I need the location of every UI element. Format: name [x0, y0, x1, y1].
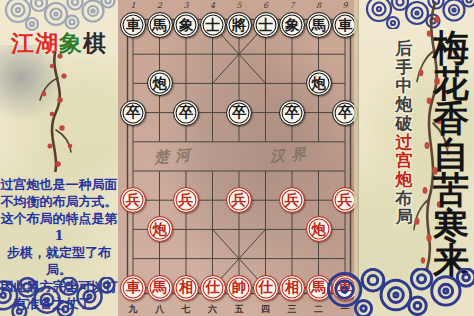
- file-label: 二: [305, 303, 332, 316]
- piece-red-相[interactable]: 相: [173, 275, 199, 301]
- lesson-text-line: 因此黑方完全可以打: [0, 278, 118, 295]
- piece-red-帥[interactable]: 帥: [226, 275, 252, 301]
- piece-red-兵[interactable]: 兵: [226, 187, 252, 213]
- piece-glyph: 兵: [126, 193, 141, 208]
- file-label: 4: [199, 1, 226, 10]
- piece-glyph: 車: [338, 280, 353, 295]
- piece-black-象[interactable]: 象: [279, 12, 305, 38]
- piece-glyph: 士: [258, 18, 273, 33]
- file-label: 3: [173, 1, 200, 10]
- piece-black-馬[interactable]: 馬: [306, 12, 332, 38]
- file-label: 六: [199, 303, 226, 316]
- piece-glyph: 相: [285, 280, 300, 295]
- file-labels-top: 123456789: [120, 1, 359, 10]
- piece-glyph: 仕: [205, 280, 220, 295]
- app-title-char: 棋: [83, 29, 107, 56]
- piece-red-車[interactable]: 車: [332, 275, 358, 301]
- piece-black-馬[interactable]: 馬: [147, 12, 173, 38]
- piece-red-兵[interactable]: 兵: [279, 187, 305, 213]
- piece-red-馬[interactable]: 馬: [147, 275, 173, 301]
- circle-pattern-decoration: [365, 0, 474, 29]
- file-label: 2: [146, 1, 173, 10]
- piece-glyph: 馬: [311, 280, 326, 295]
- lesson-text-line: 有准备之仗了。: [0, 295, 118, 312]
- piece-glyph: 仕: [258, 280, 273, 295]
- lesson-text-line: 过宫炮也是一种局面: [0, 176, 118, 193]
- file-label: 五: [226, 303, 253, 316]
- piece-red-兵[interactable]: 兵: [120, 187, 146, 213]
- left-panel: 江湖象棋 过宫炮也是一种局面不均衡的布局方式。这个布局的特点是第1步棋，就定型了…: [0, 0, 119, 316]
- piece-red-相[interactable]: 相: [279, 275, 305, 301]
- piece-glyph: 馬: [152, 280, 167, 295]
- file-label: 1: [120, 1, 147, 10]
- piece-glyph: 炮: [311, 222, 326, 237]
- piece-black-車[interactable]: 車: [332, 12, 358, 38]
- piece-glyph: 炮: [152, 76, 167, 91]
- piece-red-炮[interactable]: 炮: [147, 216, 173, 242]
- pieces-layer: 車馬象士將士象馬車炮炮卒卒卒卒卒兵兵兵兵兵炮炮車馬相仕帥仕相馬車: [120, 10, 359, 302]
- piece-red-仕[interactable]: 仕: [253, 275, 279, 301]
- page: 江湖象棋 过宫炮也是一种局面不均衡的布局方式。这个布局的特点是第1步棋，就定型了…: [0, 0, 474, 316]
- subtitle-char: 炮: [396, 170, 413, 189]
- piece-black-象[interactable]: 象: [173, 12, 199, 38]
- app-title: 江湖象棋: [0, 28, 118, 59]
- piece-red-仕[interactable]: 仕: [200, 275, 226, 301]
- subtitle-char: 局: [396, 207, 413, 226]
- piece-glyph: 炮: [152, 222, 167, 237]
- file-label: 9: [332, 1, 359, 10]
- poem-title: 梅花香自苦寒来: [428, 30, 474, 279]
- piece-black-炮[interactable]: 炮: [147, 70, 173, 96]
- piece-red-兵[interactable]: 兵: [332, 187, 358, 213]
- piece-red-馬[interactable]: 馬: [306, 275, 332, 301]
- piece-glyph: 相: [179, 280, 194, 295]
- piece-glyph: 卒: [179, 105, 194, 120]
- piece-glyph: 兵: [285, 193, 300, 208]
- piece-glyph: 將: [232, 18, 247, 33]
- piece-glyph: 兵: [338, 193, 353, 208]
- piece-black-卒[interactable]: 卒: [120, 100, 146, 126]
- subtitle-char: 手: [396, 58, 413, 77]
- file-labels-bottom: 九八七六五四三二一: [120, 303, 359, 316]
- piece-glyph: 車: [126, 18, 141, 33]
- piece-red-車[interactable]: 車: [120, 275, 146, 301]
- piece-glyph: 卒: [232, 105, 247, 120]
- piece-glyph: 兵: [232, 193, 247, 208]
- poem-title-char: 花: [433, 66, 469, 102]
- file-label: 七: [173, 303, 200, 316]
- file-label: 7: [279, 1, 306, 10]
- file-label: 8: [305, 1, 332, 10]
- poem-title-char: 来: [433, 243, 469, 279]
- subtitle-char: 布: [396, 189, 413, 208]
- piece-glyph: 卒: [285, 105, 300, 120]
- subtitle-char: 破: [396, 114, 413, 133]
- plum-branch-decoration: [0, 52, 118, 172]
- lesson-text-line: 步棋，就定型了布局。: [0, 244, 118, 278]
- piece-black-卒[interactable]: 卒: [226, 100, 252, 126]
- opening-subtitle: 后手中炮破过宫炮布局: [390, 39, 418, 226]
- poem-title-char: 苦: [433, 172, 469, 208]
- app-title-char: 象: [59, 29, 83, 56]
- piece-black-卒[interactable]: 卒: [173, 100, 199, 126]
- poem-title-char: 梅: [433, 30, 469, 66]
- subtitle-char: 中: [396, 76, 413, 95]
- piece-glyph: 車: [126, 280, 141, 295]
- poem-title-char: 寒: [433, 208, 469, 244]
- piece-black-卒[interactable]: 卒: [332, 100, 358, 126]
- piece-glyph: 兵: [179, 193, 194, 208]
- lesson-text-line: 不均衡的布局方式。: [0, 193, 118, 210]
- piece-glyph: 士: [205, 18, 220, 33]
- lesson-text-line: 这个布局的特点是第1: [0, 210, 118, 244]
- file-label: 八: [146, 303, 173, 316]
- lesson-text: 过宫炮也是一种局面不均衡的布局方式。这个布局的特点是第1步棋，就定型了布局。因此…: [0, 176, 118, 312]
- app-title-char: 江: [11, 29, 35, 56]
- piece-glyph: 馬: [152, 18, 167, 33]
- piece-glyph: 象: [179, 18, 194, 33]
- piece-black-士[interactable]: 士: [253, 12, 279, 38]
- subtitle-char: 后: [396, 39, 413, 58]
- piece-black-炮[interactable]: 炮: [306, 70, 332, 96]
- subtitle-char: 过: [396, 133, 413, 152]
- piece-black-將[interactable]: 將: [226, 12, 252, 38]
- file-label: 一: [332, 303, 359, 316]
- app-title-char: 湖: [35, 29, 59, 56]
- file-label: 6: [252, 1, 279, 10]
- xiangqi-board: 123456789 楚河 汉界 車馬象士將士象馬車炮炮卒卒卒卒卒兵兵兵兵兵炮炮車…: [118, 0, 358, 316]
- piece-black-卒[interactable]: 卒: [279, 100, 305, 126]
- piece-black-車[interactable]: 車: [120, 12, 146, 38]
- piece-glyph: 帥: [232, 280, 247, 295]
- piece-red-兵[interactable]: 兵: [173, 187, 199, 213]
- piece-glyph: 卒: [126, 105, 141, 120]
- poem-title-char: 香: [433, 101, 469, 137]
- subtitle-char: 炮: [396, 95, 413, 114]
- subtitle-char: 宫: [396, 151, 413, 170]
- poem-title-char: 自: [433, 137, 469, 173]
- piece-black-士[interactable]: 士: [200, 12, 226, 38]
- file-label: 九: [120, 303, 147, 316]
- right-panel: 后手中炮破过宫炮布局 梅花香自苦寒来: [358, 0, 474, 316]
- piece-glyph: 象: [285, 18, 300, 33]
- piece-glyph: 馬: [311, 18, 326, 33]
- piece-glyph: 卒: [338, 105, 353, 120]
- file-label: 四: [252, 303, 279, 316]
- piece-glyph: 炮: [311, 76, 326, 91]
- file-label: 5: [226, 1, 253, 10]
- file-label: 三: [279, 303, 306, 316]
- piece-glyph: 車: [338, 18, 353, 33]
- piece-red-炮[interactable]: 炮: [306, 216, 332, 242]
